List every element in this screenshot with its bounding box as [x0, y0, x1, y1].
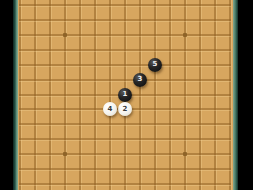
letterbox-left: [0, 0, 13, 190]
move-number: 4: [108, 106, 113, 113]
stone-white-2: 2: [118, 102, 132, 116]
gomoku-board[interactable]: 12345: [18, 0, 233, 190]
star-point: [183, 33, 187, 37]
grid-line-horizontal: [19, 153, 231, 155]
star-point: [63, 152, 67, 156]
grid-line-horizontal: [19, 34, 231, 36]
grid-line-horizontal: [19, 79, 231, 81]
grid-line-horizontal: [19, 19, 231, 21]
stone-black-5: 5: [148, 58, 162, 72]
move-number: 2: [123, 106, 128, 113]
grid-line-horizontal: [19, 4, 231, 6]
stone-white-4: 4: [103, 102, 117, 116]
move-number: 5: [153, 61, 158, 68]
letterbox-right: [238, 0, 253, 190]
move-number: 3: [138, 76, 143, 83]
grid-line-horizontal: [19, 123, 231, 125]
grid-line-horizontal: [19, 183, 231, 185]
grid-line-horizontal: [19, 168, 231, 170]
grid-line-horizontal: [19, 64, 231, 66]
grid-line-horizontal: [19, 138, 231, 140]
game-screen: 12345: [0, 0, 253, 190]
stone-black-1: 1: [118, 88, 132, 102]
star-point: [183, 152, 187, 156]
star-point: [63, 33, 67, 37]
grid-line-horizontal: [19, 49, 231, 51]
move-number: 1: [123, 91, 128, 98]
stone-black-3: 3: [133, 73, 147, 87]
